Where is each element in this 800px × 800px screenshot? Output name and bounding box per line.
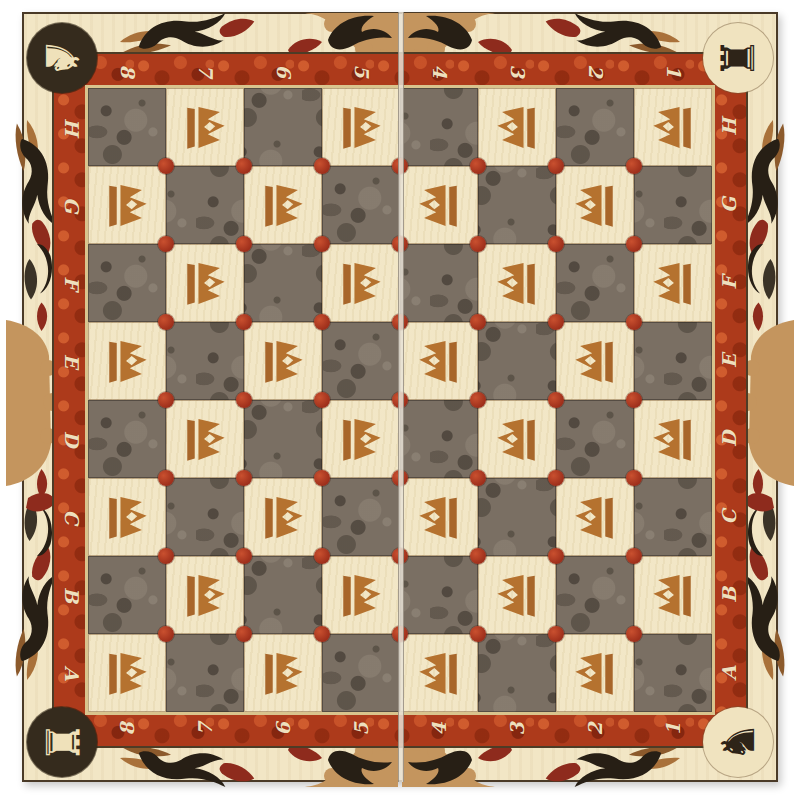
red-dot [548, 470, 564, 486]
ring-left-strip [54, 88, 88, 712]
coord-left-H: H [62, 118, 81, 136]
red-dot [548, 158, 564, 174]
corner-knight-bottom-right: ♞ [703, 707, 773, 777]
red-dot [158, 392, 174, 408]
red-dot [470, 392, 486, 408]
crown-inlay [645, 253, 701, 313]
coord-bottom-7: 7 [196, 722, 215, 735]
square-g5[interactable] [322, 166, 400, 244]
crown-inlay [177, 409, 233, 469]
square-a7[interactable] [166, 634, 244, 712]
red-dot [548, 236, 564, 252]
square-g7[interactable] [166, 166, 244, 244]
square-e1[interactable] [634, 322, 712, 400]
crown-inlay [411, 175, 467, 235]
coord-left-D: D [62, 431, 81, 447]
red-dot [626, 470, 642, 486]
red-dot [548, 392, 564, 408]
red-dot [626, 626, 642, 642]
square-b8[interactable] [88, 556, 166, 634]
corner-rook-bottom-left: ♜ [27, 707, 97, 777]
crown-inlay [333, 409, 389, 469]
crown-inlay [177, 97, 233, 157]
square-a2[interactable] [556, 634, 634, 712]
coord-right-C: C [720, 509, 739, 524]
red-dot [236, 626, 252, 642]
crown-inlay [177, 253, 233, 313]
rook-icon: ♜ [39, 721, 85, 762]
red-dot [470, 548, 486, 564]
coord-top-5: 5 [352, 64, 371, 77]
square-h3[interactable] [478, 88, 556, 166]
crown-inlay [99, 175, 155, 235]
square-c1[interactable] [634, 478, 712, 556]
square-b7[interactable] [166, 556, 244, 634]
crown-inlay [177, 565, 233, 625]
coord-right-A: A [720, 666, 739, 681]
square-f4[interactable] [400, 244, 478, 322]
square-g4[interactable] [400, 166, 478, 244]
square-a6[interactable] [244, 634, 322, 712]
crown-inlay [333, 97, 389, 157]
coord-bottom-6: 6 [274, 722, 293, 735]
coord-right-D: D [720, 431, 739, 447]
square-c4[interactable] [400, 478, 478, 556]
red-dot [236, 314, 252, 330]
crown-inlay [255, 331, 311, 391]
square-c5[interactable] [322, 478, 400, 556]
square-d4[interactable] [400, 400, 478, 478]
red-dot [626, 548, 642, 564]
square-f7[interactable] [166, 244, 244, 322]
square-f8[interactable] [88, 244, 166, 322]
crown-inlay [489, 97, 545, 157]
square-a5[interactable] [322, 634, 400, 712]
coord-top-1: 1 [664, 64, 683, 77]
coord-right-F: F [720, 276, 739, 290]
square-a8[interactable] [88, 634, 166, 712]
coord-left-C: C [62, 509, 81, 524]
square-b1[interactable] [634, 556, 712, 634]
square-d8[interactable] [88, 400, 166, 478]
square-g8[interactable] [88, 166, 166, 244]
coord-left-B: B [62, 587, 81, 603]
coord-top-6: 6 [274, 64, 293, 77]
square-c6[interactable] [244, 478, 322, 556]
coord-top-8: 8 [118, 64, 137, 77]
square-g2[interactable] [556, 166, 634, 244]
crown-inlay [645, 565, 701, 625]
coord-bottom-3: 3 [508, 722, 527, 735]
crown-inlay [411, 331, 467, 391]
crown-inlay [333, 253, 389, 313]
square-h6[interactable] [244, 88, 322, 166]
red-dot [626, 392, 642, 408]
crown-inlay [567, 643, 623, 703]
crown-inlay [255, 643, 311, 703]
coord-left-E: E [62, 354, 81, 368]
crown-inlay [567, 175, 623, 235]
corner-rook-top-right: ♜ [703, 23, 773, 93]
red-dot [548, 548, 564, 564]
coord-right-E: E [720, 354, 739, 368]
coord-bottom-2: 2 [586, 722, 605, 735]
square-g3[interactable] [478, 166, 556, 244]
crown-inlay [99, 643, 155, 703]
square-b6[interactable] [244, 556, 322, 634]
coord-bottom-1: 1 [664, 722, 683, 735]
red-dot [626, 236, 642, 252]
red-dot [314, 314, 330, 330]
coord-top-2: 2 [586, 64, 605, 77]
square-b5[interactable] [322, 556, 400, 634]
coord-right-H: H [720, 118, 739, 136]
coord-top-7: 7 [196, 64, 215, 77]
square-d2[interactable] [556, 400, 634, 478]
square-e7[interactable] [166, 322, 244, 400]
square-f1[interactable] [634, 244, 712, 322]
coord-bottom-8: 8 [118, 722, 137, 735]
red-dot [314, 158, 330, 174]
red-dot [236, 470, 252, 486]
photo-background: ♞ ♜ ♜ ♞ 8765432187654321HGFEDCBAHGFEDCBA [0, 0, 800, 800]
red-dot [236, 392, 252, 408]
square-b3[interactable] [478, 556, 556, 634]
square-f6[interactable] [244, 244, 322, 322]
red-dot [158, 314, 174, 330]
red-dot [470, 470, 486, 486]
coord-bottom-5: 5 [352, 722, 371, 735]
crown-inlay [99, 487, 155, 547]
red-dot [470, 626, 486, 642]
rook-icon: ♜ [715, 37, 761, 78]
square-a3[interactable] [478, 634, 556, 712]
red-dot [314, 626, 330, 642]
red-dot [236, 236, 252, 252]
crown-inlay [489, 409, 545, 469]
crown-inlay [255, 175, 311, 235]
red-dot [626, 158, 642, 174]
knight-icon: ♞ [39, 37, 85, 78]
crown-inlay [567, 331, 623, 391]
square-c8[interactable] [88, 478, 166, 556]
square-e3[interactable] [478, 322, 556, 400]
square-c2[interactable] [556, 478, 634, 556]
square-a1[interactable] [634, 634, 712, 712]
square-f2[interactable] [556, 244, 634, 322]
red-dot [314, 470, 330, 486]
red-dot [158, 470, 174, 486]
square-h1[interactable] [634, 88, 712, 166]
square-c7[interactable] [166, 478, 244, 556]
crown-inlay [411, 487, 467, 547]
coord-top-4: 4 [430, 64, 449, 77]
red-dot [314, 392, 330, 408]
ring-right-strip [712, 88, 746, 712]
red-dot [158, 236, 174, 252]
square-h4[interactable] [400, 88, 478, 166]
coord-right-B: B [720, 587, 739, 603]
square-h5[interactable] [322, 88, 400, 166]
square-b2[interactable] [556, 556, 634, 634]
red-dot [470, 236, 486, 252]
fold-seam [398, 12, 404, 782]
crown-inlay [645, 97, 701, 157]
coord-left-G: G [62, 197, 81, 213]
red-dot [548, 626, 564, 642]
red-dot [626, 314, 642, 330]
coord-bottom-4: 4 [430, 722, 449, 735]
square-d7[interactable] [166, 400, 244, 478]
square-d3[interactable] [478, 400, 556, 478]
crown-inlay [489, 253, 545, 313]
square-e2[interactable] [556, 322, 634, 400]
crown-inlay [411, 643, 467, 703]
square-f3[interactable] [478, 244, 556, 322]
red-dot [470, 158, 486, 174]
square-b4[interactable] [400, 556, 478, 634]
square-c3[interactable] [478, 478, 556, 556]
coord-left-A: A [62, 666, 81, 681]
knight-icon: ♞ [715, 721, 761, 762]
red-dot [314, 236, 330, 252]
square-e5[interactable] [322, 322, 400, 400]
square-g6[interactable] [244, 166, 322, 244]
square-d5[interactable] [322, 400, 400, 478]
crown-inlay [645, 409, 701, 469]
red-dot [158, 626, 174, 642]
crown-inlay [489, 565, 545, 625]
square-e6[interactable] [244, 322, 322, 400]
corner-knight-top-left: ♞ [27, 23, 97, 93]
square-h7[interactable] [166, 88, 244, 166]
square-h2[interactable] [556, 88, 634, 166]
coord-left-F: F [62, 276, 81, 290]
red-dot [548, 314, 564, 330]
crown-inlay [255, 487, 311, 547]
red-dot [158, 158, 174, 174]
square-f5[interactable] [322, 244, 400, 322]
crown-inlay [99, 331, 155, 391]
crown-inlay [567, 487, 623, 547]
red-dot [470, 314, 486, 330]
red-dot [236, 548, 252, 564]
square-d1[interactable] [634, 400, 712, 478]
square-h8[interactable] [88, 88, 166, 166]
coord-right-G: G [720, 197, 739, 213]
red-dot [158, 548, 174, 564]
square-e8[interactable] [88, 322, 166, 400]
square-a4[interactable] [400, 634, 478, 712]
crown-inlay [333, 565, 389, 625]
square-g1[interactable] [634, 166, 712, 244]
red-dot [314, 548, 330, 564]
coord-top-3: 3 [508, 64, 527, 77]
red-dot [236, 158, 252, 174]
square-d6[interactable] [244, 400, 322, 478]
square-e4[interactable] [400, 322, 478, 400]
